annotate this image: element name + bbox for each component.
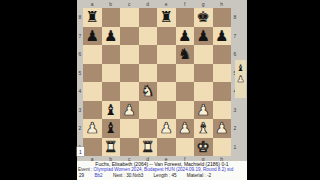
square-c8[interactable] xyxy=(120,8,139,27)
square-c7[interactable] xyxy=(120,27,139,46)
white-pawn-f2: ♟ xyxy=(178,119,191,137)
square-e2[interactable]: ♟ xyxy=(157,119,176,138)
rank-label-1: 1 xyxy=(232,138,238,157)
square-b1[interactable]: ♜ xyxy=(102,138,121,157)
square-d1[interactable]: ♜ xyxy=(139,138,158,157)
square-f5[interactable] xyxy=(176,64,195,83)
rank-label-8: 8 xyxy=(232,8,238,27)
square-a5[interactable] xyxy=(83,64,102,83)
square-a7[interactable]: ♟ xyxy=(83,27,102,46)
file-label-d: d xyxy=(139,1,158,8)
square-c2[interactable] xyxy=(120,119,139,138)
square-c5[interactable] xyxy=(120,64,139,83)
event-line: Event : Olympiad Women 2024, Budapest HU… xyxy=(77,167,247,173)
move-number: 29 xyxy=(79,173,84,178)
file-label-g: g xyxy=(194,1,213,8)
square-d3[interactable] xyxy=(139,101,158,120)
white-rook-b1: ♜ xyxy=(104,138,117,156)
square-a8[interactable]: ♜ xyxy=(83,8,102,27)
square-h1[interactable] xyxy=(213,138,232,157)
white-bishop-g2: ♝ xyxy=(197,119,210,137)
square-e5[interactable] xyxy=(157,64,176,83)
square-g1[interactable]: ♚ xyxy=(194,138,213,157)
square-a4[interactable] xyxy=(83,82,102,101)
square-e4[interactable] xyxy=(157,82,176,101)
file-label-c: c xyxy=(120,1,139,8)
square-f3[interactable] xyxy=(176,101,195,120)
file-label-f: f xyxy=(176,1,195,8)
rank-label-7: 7 xyxy=(232,27,238,46)
move-status-line: 29 Bb2 Next : 30.Nxb3 Length : 45 Materi… xyxy=(77,173,247,179)
file-label-e: e xyxy=(157,1,176,8)
white-pawn-g3: ♟ xyxy=(197,101,210,119)
square-g2[interactable]: ♝ xyxy=(194,119,213,138)
rank-label-2: 2 xyxy=(232,119,238,138)
square-d8[interactable] xyxy=(139,8,158,27)
black-pawn-f7: ♟ xyxy=(178,27,191,45)
square-f6[interactable]: ♞ xyxy=(176,45,195,64)
square-b4[interactable] xyxy=(102,82,121,101)
square-a3[interactable] xyxy=(83,101,102,120)
square-g4[interactable] xyxy=(194,82,213,101)
square-g3[interactable]: ♟ xyxy=(194,101,213,120)
white-pawn-e2: ♟ xyxy=(160,119,173,137)
black-pawn-h7: ♟ xyxy=(215,27,228,45)
square-c4[interactable] xyxy=(120,82,139,101)
square-h6[interactable] xyxy=(213,45,232,64)
right-letterbox xyxy=(247,0,320,180)
square-h4[interactable] xyxy=(213,82,232,101)
chess-board[interactable]: ♜♜♚♟♟♟♟♟♞♞♝♟♟♟♝♟♟♝♟♜♜♚ xyxy=(83,8,231,156)
square-a2[interactable]: ♟ xyxy=(83,119,102,138)
square-d5[interactable] xyxy=(139,64,158,83)
black-king-g8: ♚ xyxy=(197,8,210,26)
file-label-a: a xyxy=(83,1,102,8)
rank-1-highlight: 1 xyxy=(77,147,84,156)
square-g8[interactable]: ♚ xyxy=(194,8,213,27)
square-c6[interactable] xyxy=(120,45,139,64)
square-g5[interactable] xyxy=(194,64,213,83)
square-a1[interactable] xyxy=(83,138,102,157)
square-d2[interactable] xyxy=(139,119,158,138)
last-move: Bb2 xyxy=(94,173,102,178)
square-e7[interactable] xyxy=(157,27,176,46)
game-info-panel: Fuchs, Elisabeth (2064) -- Van Foreest, … xyxy=(77,161,247,180)
event-value: Olympiad Women 2024, Budapest HUN (2024.… xyxy=(94,167,234,172)
captured-material-tray: ♝♟ xyxy=(235,60,246,98)
square-e6[interactable] xyxy=(157,45,176,64)
black-pawn-a7: ♟ xyxy=(86,27,99,45)
black-bishop-icon: ♝ xyxy=(236,63,244,74)
white-king-g1: ♚ xyxy=(197,138,210,156)
square-g7[interactable]: ♟ xyxy=(194,27,213,46)
square-e3[interactable] xyxy=(157,101,176,120)
event-label: Event : xyxy=(78,167,92,172)
square-g6[interactable] xyxy=(194,45,213,64)
square-f7[interactable]: ♟ xyxy=(176,27,195,46)
square-d7[interactable] xyxy=(139,27,158,46)
square-h7[interactable]: ♟ xyxy=(213,27,232,46)
rank-label-3: 3 xyxy=(232,101,238,120)
square-h2[interactable]: ♟ xyxy=(213,119,232,138)
file-label-b: b xyxy=(102,1,121,8)
square-h5[interactable] xyxy=(213,64,232,83)
square-b2[interactable]: ♝ xyxy=(102,119,121,138)
square-f8[interactable] xyxy=(176,8,195,27)
square-a6[interactable] xyxy=(83,45,102,64)
white-pawn-icon: ♟ xyxy=(236,74,244,85)
black-rook-a8: ♜ xyxy=(86,8,99,26)
square-f1[interactable] xyxy=(176,138,195,157)
white-rook-d1: ♜ xyxy=(141,138,154,156)
square-f4[interactable] xyxy=(176,82,195,101)
black-bishop-b3: ♝ xyxy=(104,101,117,119)
square-e1[interactable] xyxy=(157,138,176,157)
square-f2[interactable]: ♟ xyxy=(176,119,195,138)
white-pawn-c3: ♟ xyxy=(123,101,136,119)
game-length: Length : 45 xyxy=(154,173,177,178)
square-c3[interactable]: ♟ xyxy=(120,101,139,120)
white-pawn-h2: ♟ xyxy=(215,119,228,137)
square-b3[interactable]: ♝ xyxy=(102,101,121,120)
square-b6[interactable] xyxy=(102,45,121,64)
square-b8[interactable] xyxy=(102,8,121,27)
black-bishop-b2: ♝ xyxy=(104,119,117,137)
black-pawn-g7: ♟ xyxy=(197,27,210,45)
square-d4[interactable]: ♞ xyxy=(139,82,158,101)
square-h8[interactable] xyxy=(213,8,232,27)
square-b7[interactable]: ♟ xyxy=(102,27,121,46)
white-pawn-a2: ♟ xyxy=(86,119,99,137)
square-c1[interactable] xyxy=(120,138,139,157)
white-knight-d4: ♞ xyxy=(141,82,154,100)
file-labels-top: abcdefgh xyxy=(83,1,231,8)
square-d6[interactable] xyxy=(139,45,158,64)
chess-app-window: abcdefgh 87654321 ♜♜♚♟♟♟♟♟♞♞♝♟♟♟♝♟♟♝♟♜♜♚… xyxy=(77,0,247,180)
material-balance: Material : -2 xyxy=(187,173,211,178)
left-letterbox xyxy=(0,0,77,180)
video-frame: abcdefgh 87654321 ♜♜♚♟♟♟♟♟♞♞♝♟♟♟♝♟♟♝♟♜♜♚… xyxy=(0,0,320,180)
black-rook-e8: ♜ xyxy=(160,8,173,26)
next-move: Next : 30.Nxb3 xyxy=(113,173,143,178)
black-pawn-b7: ♟ xyxy=(104,27,117,45)
square-e8[interactable]: ♜ xyxy=(157,8,176,27)
square-b5[interactable] xyxy=(102,64,121,83)
file-label-h: h xyxy=(213,1,232,8)
black-knight-f6: ♞ xyxy=(178,45,191,63)
square-h3[interactable] xyxy=(213,101,232,120)
